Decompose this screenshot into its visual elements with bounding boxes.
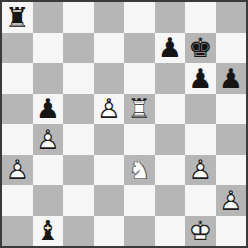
square-e1[interactable] <box>124 216 155 247</box>
square-h5[interactable] <box>216 94 247 125</box>
square-e6[interactable] <box>124 63 155 94</box>
black-bishop: ♝ <box>33 216 64 247</box>
square-c7[interactable] <box>63 33 94 64</box>
square-h8[interactable] <box>216 2 247 33</box>
square-h4[interactable] <box>216 124 247 155</box>
square-g3[interactable]: ♟♙ <box>185 155 216 186</box>
white-pawn: ♟♙ <box>2 155 33 186</box>
square-a1[interactable] <box>2 216 33 247</box>
chess-diagram: ♜♟♚♟♟♟♟♙♜♖♟♙♟♙♞♘♟♙♟♙♝♚♔ <box>0 0 248 248</box>
square-d4[interactable] <box>94 124 125 155</box>
square-c8[interactable] <box>63 2 94 33</box>
square-a3[interactable]: ♟♙ <box>2 155 33 186</box>
square-f2[interactable] <box>155 185 186 216</box>
square-c4[interactable] <box>63 124 94 155</box>
square-a5[interactable] <box>2 94 33 125</box>
white-rook: ♜♖ <box>124 94 155 125</box>
square-b2[interactable] <box>33 185 64 216</box>
square-f6[interactable] <box>155 63 186 94</box>
square-d5[interactable]: ♟♙ <box>94 94 125 125</box>
square-b3[interactable] <box>33 155 64 186</box>
square-e5[interactable]: ♜♖ <box>124 94 155 125</box>
square-d7[interactable] <box>94 33 125 64</box>
square-f7[interactable]: ♟ <box>155 33 186 64</box>
white-pawn: ♟♙ <box>94 94 125 125</box>
square-b4[interactable]: ♟♙ <box>33 124 64 155</box>
square-d2[interactable] <box>94 185 125 216</box>
square-h1[interactable] <box>216 216 247 247</box>
square-d1[interactable] <box>94 216 125 247</box>
square-c3[interactable] <box>63 155 94 186</box>
square-c6[interactable] <box>63 63 94 94</box>
square-b5[interactable]: ♟ <box>33 94 64 125</box>
square-d3[interactable] <box>94 155 125 186</box>
square-b1[interactable]: ♝ <box>33 216 64 247</box>
white-pawn: ♟♙ <box>216 185 247 216</box>
black-pawn: ♟ <box>185 63 216 94</box>
square-a2[interactable] <box>2 185 33 216</box>
square-e7[interactable] <box>124 33 155 64</box>
square-c5[interactable] <box>63 94 94 125</box>
square-f1[interactable] <box>155 216 186 247</box>
square-h2[interactable]: ♟♙ <box>216 185 247 216</box>
square-g4[interactable] <box>185 124 216 155</box>
square-g1[interactable]: ♚♔ <box>185 216 216 247</box>
white-knight: ♞♘ <box>124 155 155 186</box>
black-pawn: ♟ <box>216 63 247 94</box>
square-c1[interactable] <box>63 216 94 247</box>
square-b7[interactable] <box>33 33 64 64</box>
square-e2[interactable] <box>124 185 155 216</box>
square-d8[interactable] <box>94 2 125 33</box>
square-c2[interactable] <box>63 185 94 216</box>
square-h6[interactable]: ♟ <box>216 63 247 94</box>
square-g2[interactable] <box>185 185 216 216</box>
square-a4[interactable] <box>2 124 33 155</box>
black-pawn: ♟ <box>33 94 64 125</box>
square-g6[interactable]: ♟ <box>185 63 216 94</box>
square-h3[interactable] <box>216 155 247 186</box>
square-e8[interactable] <box>124 2 155 33</box>
square-a7[interactable] <box>2 33 33 64</box>
square-g7[interactable]: ♚ <box>185 33 216 64</box>
square-b8[interactable] <box>33 2 64 33</box>
square-e4[interactable] <box>124 124 155 155</box>
square-e3[interactable]: ♞♘ <box>124 155 155 186</box>
square-f8[interactable] <box>155 2 186 33</box>
white-pawn: ♟♙ <box>185 155 216 186</box>
chess-board: ♜♟♚♟♟♟♟♙♜♖♟♙♟♙♞♘♟♙♟♙♝♚♔ <box>0 0 248 248</box>
black-king: ♚ <box>185 33 216 64</box>
square-g5[interactable] <box>185 94 216 125</box>
square-f5[interactable] <box>155 94 186 125</box>
square-f4[interactable] <box>155 124 186 155</box>
square-a8[interactable]: ♜ <box>2 2 33 33</box>
square-b6[interactable] <box>33 63 64 94</box>
black-pawn: ♟ <box>155 33 186 64</box>
white-king: ♚♔ <box>185 216 216 247</box>
black-rook: ♜ <box>2 2 33 33</box>
square-f3[interactable] <box>155 155 186 186</box>
square-g8[interactable] <box>185 2 216 33</box>
square-a6[interactable] <box>2 63 33 94</box>
square-h7[interactable] <box>216 33 247 64</box>
square-d6[interactable] <box>94 63 125 94</box>
white-pawn: ♟♙ <box>33 124 64 155</box>
